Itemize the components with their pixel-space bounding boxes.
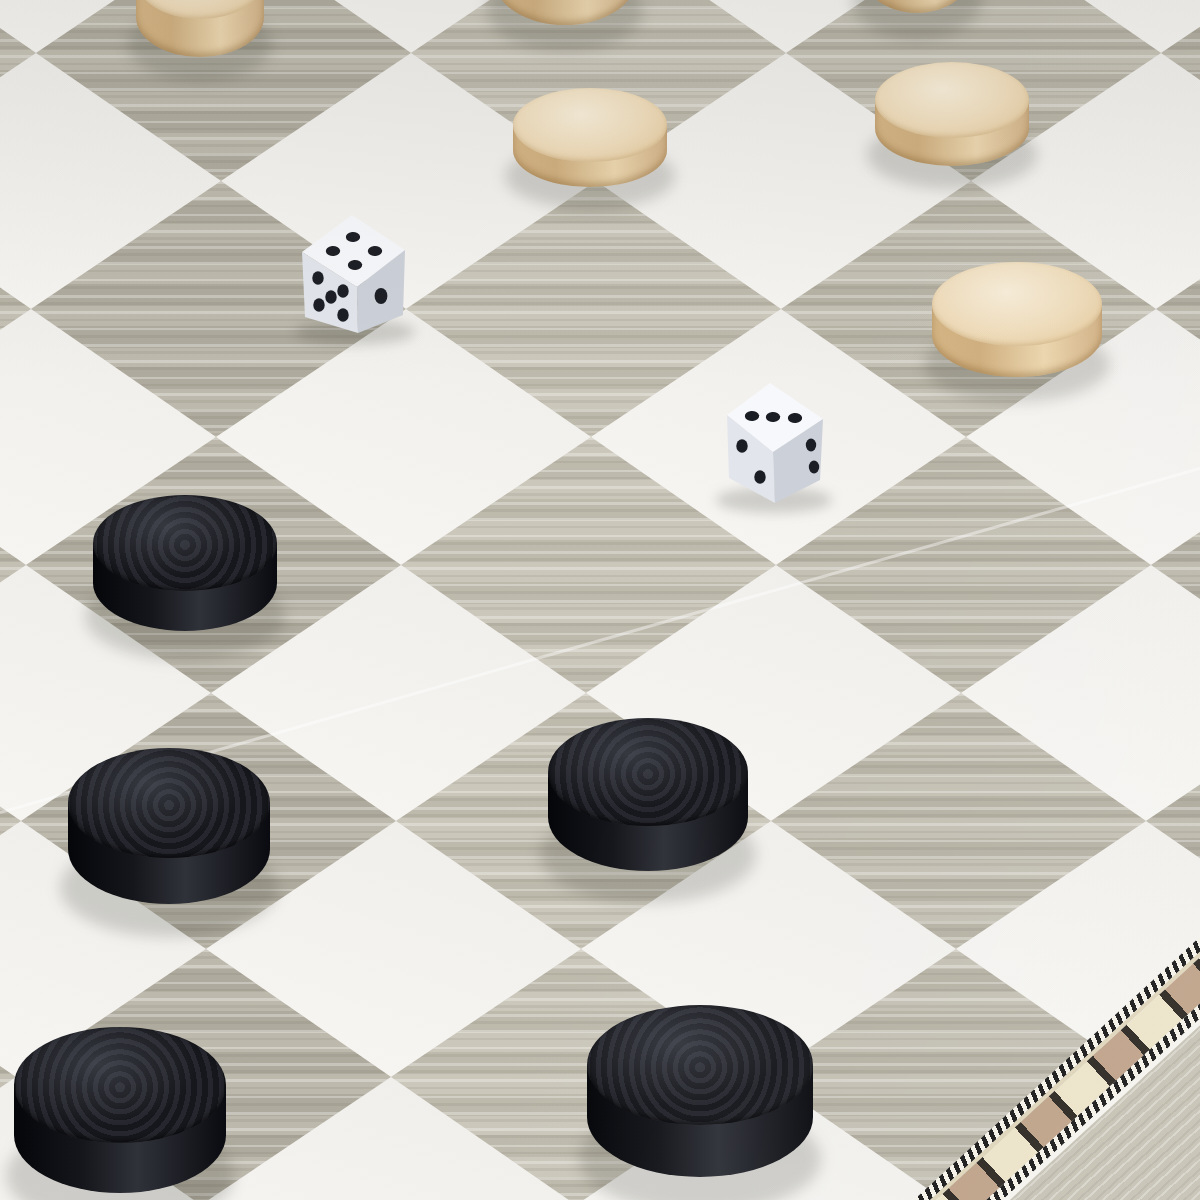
die-2-face-left [0,0,1200,1200]
piece-top [548,718,748,826]
board-photo [0,0,1200,1200]
die-2-face-right [0,0,1200,1200]
die-pip [809,460,819,473]
piece-top [587,1005,813,1125]
piece-top [68,748,270,858]
piece-top [14,1027,226,1143]
die-pip [754,471,765,484]
die-2[interactable] [0,0,1200,1200]
die-2-face-top [0,0,1200,1200]
